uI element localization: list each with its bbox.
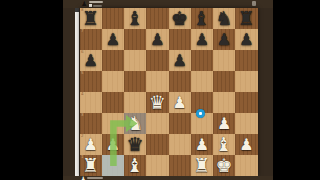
- eval-bar-black-portion: [75, 8, 79, 12]
- square-c6[interactable]: [124, 50, 146, 71]
- piece-black-pawn-b7[interactable]: ♟: [102, 29, 124, 50]
- square-c1[interactable]: ♝: [124, 155, 146, 176]
- piece-white-bishop-c1[interactable]: ♝: [124, 155, 146, 176]
- square-a4[interactable]: 4: [80, 92, 102, 113]
- piece-white-pawn-e4[interactable]: ♟: [169, 92, 191, 113]
- square-h4[interactable]: [235, 92, 257, 113]
- piece-black-queen-c2[interactable]: ♛: [124, 134, 146, 155]
- square-g3[interactable]: ♟: [213, 113, 235, 134]
- square-a3[interactable]: 3: [80, 113, 102, 134]
- square-g2[interactable]: ♝: [213, 134, 235, 155]
- square-h1[interactable]: [235, 155, 257, 176]
- square-b8[interactable]: [102, 8, 124, 29]
- square-f6[interactable]: [191, 50, 213, 71]
- square-e5[interactable]: [169, 71, 191, 92]
- square-a5[interactable]: 5: [80, 71, 102, 92]
- menu-icon[interactable]: [252, 1, 256, 6]
- square-h6[interactable]: [235, 50, 257, 71]
- bottom-player: ♟: [81, 176, 103, 180]
- square-h7[interactable]: ♟: [235, 29, 257, 50]
- piece-white-pawn-h2[interactable]: ♟: [235, 134, 257, 155]
- piece-white-pawn-f2[interactable]: ♟: [191, 134, 213, 155]
- square-f2[interactable]: ♟: [191, 134, 213, 155]
- square-b1[interactable]: [102, 155, 124, 176]
- badge-glyph: [199, 112, 202, 115]
- square-b4[interactable]: [102, 92, 124, 113]
- square-b3[interactable]: [102, 113, 124, 134]
- piece-white-bishop-g2[interactable]: ♝: [213, 134, 235, 155]
- square-d1[interactable]: [146, 155, 168, 176]
- square-f7[interactable]: ♟: [191, 29, 213, 50]
- bottom-player-name: [87, 177, 103, 179]
- square-g4[interactable]: [213, 92, 235, 113]
- square-d3[interactable]: [146, 113, 168, 134]
- square-h2[interactable]: ♟: [235, 134, 257, 155]
- piece-white-pawn-b2[interactable]: ♟: [102, 134, 124, 155]
- piece-white-pawn-g3[interactable]: ♟: [213, 113, 235, 134]
- chess-board[interactable]: 8♜♝♚♝♞♜7♟♟♟♟♟6♟♟54♛♟3♞♟2♟♟♛♟♝♟1♜♝♜♚: [80, 8, 258, 176]
- square-d8[interactable]: [146, 8, 168, 29]
- piece-white-rook-f1[interactable]: ♜: [191, 155, 213, 176]
- bottom-player-bar: ♟: [63, 176, 273, 180]
- square-c3[interactable]: ♞: [124, 113, 146, 134]
- rank-label-5: 5: [81, 71, 84, 75]
- piece-black-rook-h8[interactable]: ♜: [235, 8, 257, 29]
- square-b5[interactable]: [102, 71, 124, 92]
- eval-bar: [75, 8, 79, 176]
- app-screen: ♟ 8♜♝♚♝♞♜7♟♟♟♟♟6♟♟54♛♟3♞♟2♟♟♛♟♝♟1♜♝♜♚ ♟: [63, 0, 273, 180]
- square-f5[interactable]: [191, 71, 213, 92]
- square-d4[interactable]: ♛: [146, 92, 168, 113]
- square-g1[interactable]: ♚: [213, 155, 235, 176]
- rank-label-2: 2: [81, 134, 84, 138]
- square-a7[interactable]: 7: [80, 29, 102, 50]
- piece-black-pawn-h7[interactable]: ♟: [235, 29, 257, 50]
- square-c7[interactable]: [124, 29, 146, 50]
- square-e6[interactable]: ♟: [169, 50, 191, 71]
- square-a1[interactable]: 1♜: [80, 155, 102, 176]
- rank-label-6: 6: [81, 50, 84, 54]
- piece-black-bishop-f8[interactable]: ♝: [191, 8, 213, 29]
- square-h3[interactable]: [235, 113, 257, 134]
- square-c8[interactable]: ♝: [124, 8, 146, 29]
- square-b6[interactable]: [102, 50, 124, 71]
- square-d7[interactable]: ♟: [146, 29, 168, 50]
- square-e7[interactable]: [169, 29, 191, 50]
- square-e1[interactable]: [169, 155, 191, 176]
- rank-label-4: 4: [81, 92, 84, 96]
- square-c2[interactable]: ♛: [124, 134, 146, 155]
- square-c5[interactable]: [124, 71, 146, 92]
- rank-label-7: 7: [81, 29, 84, 33]
- piece-white-king-g1[interactable]: ♚: [213, 155, 235, 176]
- square-g8[interactable]: ♞: [213, 8, 235, 29]
- rank-label-1: 1: [81, 155, 84, 159]
- square-f1[interactable]: ♜: [191, 155, 213, 176]
- top-player-name-text: [89, 1, 103, 3]
- rank-label-3: 3: [81, 113, 84, 117]
- square-g5[interactable]: [213, 71, 235, 92]
- bottom-player-name-text: [87, 177, 103, 179]
- square-g7[interactable]: ♟: [213, 29, 235, 50]
- piece-black-pawn-e6[interactable]: ♟: [169, 50, 191, 71]
- piece-black-pawn-d7[interactable]: ♟: [146, 29, 168, 50]
- square-d2[interactable]: [146, 134, 168, 155]
- piece-black-pawn-f7[interactable]: ♟: [191, 29, 213, 50]
- square-e8[interactable]: ♚: [169, 8, 191, 29]
- piece-black-bishop-c8[interactable]: ♝: [124, 8, 146, 29]
- piece-black-king-e8[interactable]: ♚: [169, 8, 191, 29]
- piece-black-knight-g8[interactable]: ♞: [213, 8, 235, 29]
- square-h8[interactable]: ♜: [235, 8, 257, 29]
- square-h5[interactable]: [235, 71, 257, 92]
- piece-black-pawn-g7[interactable]: ♟: [213, 29, 235, 50]
- square-e2[interactable]: [169, 134, 191, 155]
- square-d6[interactable]: [146, 50, 168, 71]
- square-f8[interactable]: ♝: [191, 8, 213, 29]
- piece-white-queen-d4[interactable]: ♛: [146, 92, 168, 113]
- square-a2[interactable]: 2♟: [80, 134, 102, 155]
- square-a8[interactable]: 8♜: [80, 8, 102, 29]
- square-e3[interactable]: [169, 113, 191, 134]
- white-pawn-icon: ♟: [81, 176, 85, 180]
- square-b2[interactable]: ♟: [102, 134, 124, 155]
- square-d5[interactable]: [146, 71, 168, 92]
- move-annotation-badge: [196, 109, 205, 118]
- square-g6[interactable]: [213, 50, 235, 71]
- square-c4[interactable]: [124, 92, 146, 113]
- square-e4[interactable]: ♟: [169, 92, 191, 113]
- square-b7[interactable]: ♟: [102, 29, 124, 50]
- piece-white-knight-c3[interactable]: ♞: [124, 113, 146, 134]
- rank-label-8: 8: [81, 8, 84, 12]
- square-a6[interactable]: 6♟: [80, 50, 102, 71]
